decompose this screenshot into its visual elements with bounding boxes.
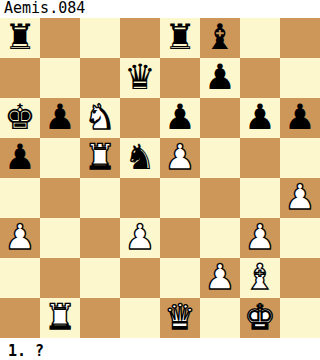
square-g2[interactable]: ♝ [240, 258, 280, 298]
white-pawn[interactable]: ♟ [204, 258, 235, 297]
puzzle-title: Aemis.084 [0, 0, 320, 18]
square-c5[interactable]: ♜ [80, 138, 120, 178]
black-queen[interactable]: ♛ [124, 58, 155, 97]
square-a5[interactable]: ♟ [0, 138, 40, 178]
square-e5[interactable]: ♟ [160, 138, 200, 178]
white-pawn[interactable]: ♟ [284, 178, 315, 217]
square-b2[interactable] [40, 258, 80, 298]
black-rook[interactable]: ♜ [164, 18, 195, 57]
square-f3[interactable] [200, 218, 240, 258]
square-b3[interactable] [40, 218, 80, 258]
square-d4[interactable] [120, 178, 160, 218]
square-d6[interactable] [120, 98, 160, 138]
square-h4[interactable]: ♟ [280, 178, 320, 218]
square-f8[interactable]: ♝ [200, 18, 240, 58]
square-e6[interactable]: ♟ [160, 98, 200, 138]
black-pawn[interactable]: ♟ [204, 58, 235, 97]
square-b7[interactable] [40, 58, 80, 98]
square-h7[interactable] [280, 58, 320, 98]
square-g5[interactable] [240, 138, 280, 178]
square-g8[interactable] [240, 18, 280, 58]
square-f1[interactable] [200, 298, 240, 338]
chess-board: ♜♜♝♛♟♚♟♞♟♟♟♟♜♞♟♟♟♟♟♟♝♜♛♚ [0, 18, 320, 338]
white-pawn[interactable]: ♟ [4, 218, 35, 257]
white-rook[interactable]: ♜ [44, 298, 75, 337]
black-knight[interactable]: ♞ [124, 138, 155, 177]
square-b6[interactable]: ♟ [40, 98, 80, 138]
black-pawn[interactable]: ♟ [164, 98, 195, 137]
square-d8[interactable] [120, 18, 160, 58]
square-g7[interactable] [240, 58, 280, 98]
black-pawn[interactable]: ♟ [244, 98, 275, 137]
square-f5[interactable] [200, 138, 240, 178]
square-g6[interactable]: ♟ [240, 98, 280, 138]
square-b1[interactable]: ♜ [40, 298, 80, 338]
square-e8[interactable]: ♜ [160, 18, 200, 58]
square-d7[interactable]: ♛ [120, 58, 160, 98]
square-b4[interactable] [40, 178, 80, 218]
square-b5[interactable] [40, 138, 80, 178]
white-pawn[interactable]: ♟ [124, 218, 155, 257]
square-h3[interactable] [280, 218, 320, 258]
square-a6[interactable]: ♚ [0, 98, 40, 138]
square-b8[interactable] [40, 18, 80, 58]
square-d3[interactable]: ♟ [120, 218, 160, 258]
square-d5[interactable]: ♞ [120, 138, 160, 178]
black-pawn[interactable]: ♟ [284, 98, 315, 137]
square-h1[interactable] [280, 298, 320, 338]
white-pawn[interactable]: ♟ [164, 138, 195, 177]
square-c4[interactable] [80, 178, 120, 218]
black-pawn[interactable]: ♟ [4, 138, 35, 177]
white-knight[interactable]: ♞ [84, 98, 115, 137]
square-d2[interactable] [120, 258, 160, 298]
square-e2[interactable] [160, 258, 200, 298]
white-queen[interactable]: ♛ [164, 298, 195, 337]
square-a7[interactable] [0, 58, 40, 98]
square-g3[interactable]: ♟ [240, 218, 280, 258]
black-rook[interactable]: ♜ [4, 18, 35, 57]
square-e3[interactable] [160, 218, 200, 258]
square-a1[interactable] [0, 298, 40, 338]
square-f6[interactable] [200, 98, 240, 138]
black-king[interactable]: ♚ [4, 98, 35, 137]
square-e4[interactable] [160, 178, 200, 218]
square-c2[interactable] [80, 258, 120, 298]
square-f4[interactable] [200, 178, 240, 218]
white-king[interactable]: ♚ [244, 298, 275, 337]
square-f2[interactable]: ♟ [200, 258, 240, 298]
square-h6[interactable]: ♟ [280, 98, 320, 138]
square-c6[interactable]: ♞ [80, 98, 120, 138]
move-prompt: 1. ? [0, 338, 320, 360]
square-c7[interactable] [80, 58, 120, 98]
square-g4[interactable] [240, 178, 280, 218]
white-pawn[interactable]: ♟ [244, 218, 275, 257]
square-f7[interactable]: ♟ [200, 58, 240, 98]
square-c3[interactable] [80, 218, 120, 258]
chess-puzzle-window: Aemis.084 ♜♜♝♛♟♚♟♞♟♟♟♟♜♞♟♟♟♟♟♟♝♜♛♚ 1. ? [0, 0, 320, 360]
square-a4[interactable] [0, 178, 40, 218]
white-rook[interactable]: ♜ [84, 138, 115, 177]
square-d1[interactable] [120, 298, 160, 338]
square-e1[interactable]: ♛ [160, 298, 200, 338]
square-c8[interactable] [80, 18, 120, 58]
black-bishop[interactable]: ♝ [204, 18, 235, 57]
square-g1[interactable]: ♚ [240, 298, 280, 338]
square-a8[interactable]: ♜ [0, 18, 40, 58]
square-e7[interactable] [160, 58, 200, 98]
white-bishop[interactable]: ♝ [244, 258, 275, 297]
square-c1[interactable] [80, 298, 120, 338]
square-h2[interactable] [280, 258, 320, 298]
square-a3[interactable]: ♟ [0, 218, 40, 258]
square-a2[interactable] [0, 258, 40, 298]
square-h5[interactable] [280, 138, 320, 178]
square-h8[interactable] [280, 18, 320, 58]
black-pawn[interactable]: ♟ [44, 98, 75, 137]
